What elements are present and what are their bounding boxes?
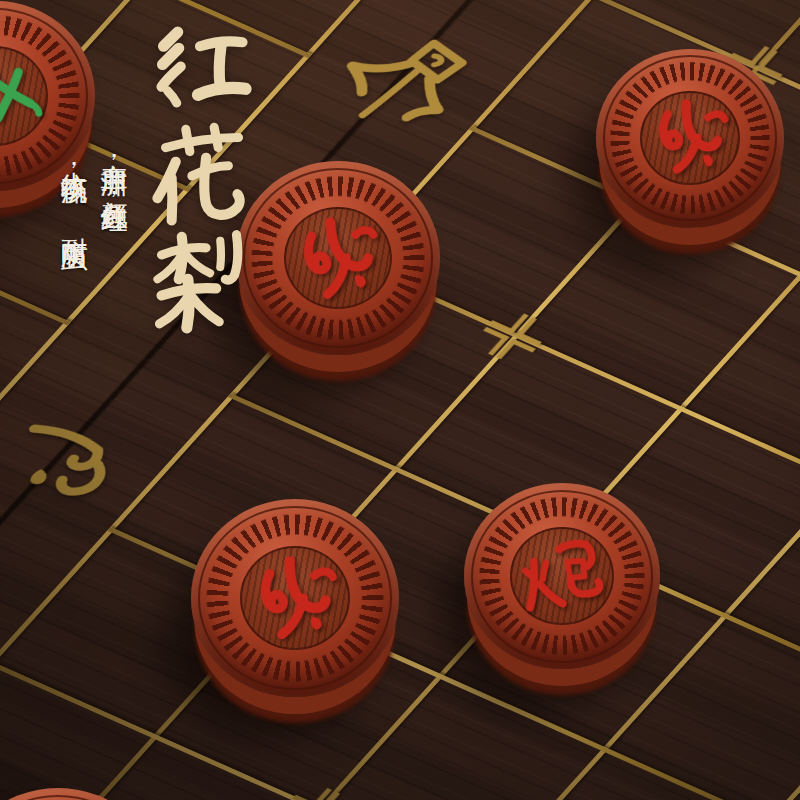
piece-character (503, 520, 620, 633)
product-title-calligraphy (146, 24, 254, 338)
red-soldier-top-right[interactable] (596, 49, 784, 228)
red-soldier-center[interactable] (236, 161, 440, 355)
star-point (467, 303, 559, 370)
red-soldier-bottom-left[interactable] (191, 499, 399, 697)
xiangqi-product-photo: 产自非洲，颜色鲜红， 木纹流畅， 耐腐防虫 (0, 0, 800, 800)
marketing-text-column-1: 产自非洲，颜色鲜红， (96, 142, 132, 442)
red-cannon-bottom-right[interactable] (464, 483, 660, 669)
marketing-text-column-2: 木纹流畅， 耐腐防虫 (56, 150, 92, 450)
